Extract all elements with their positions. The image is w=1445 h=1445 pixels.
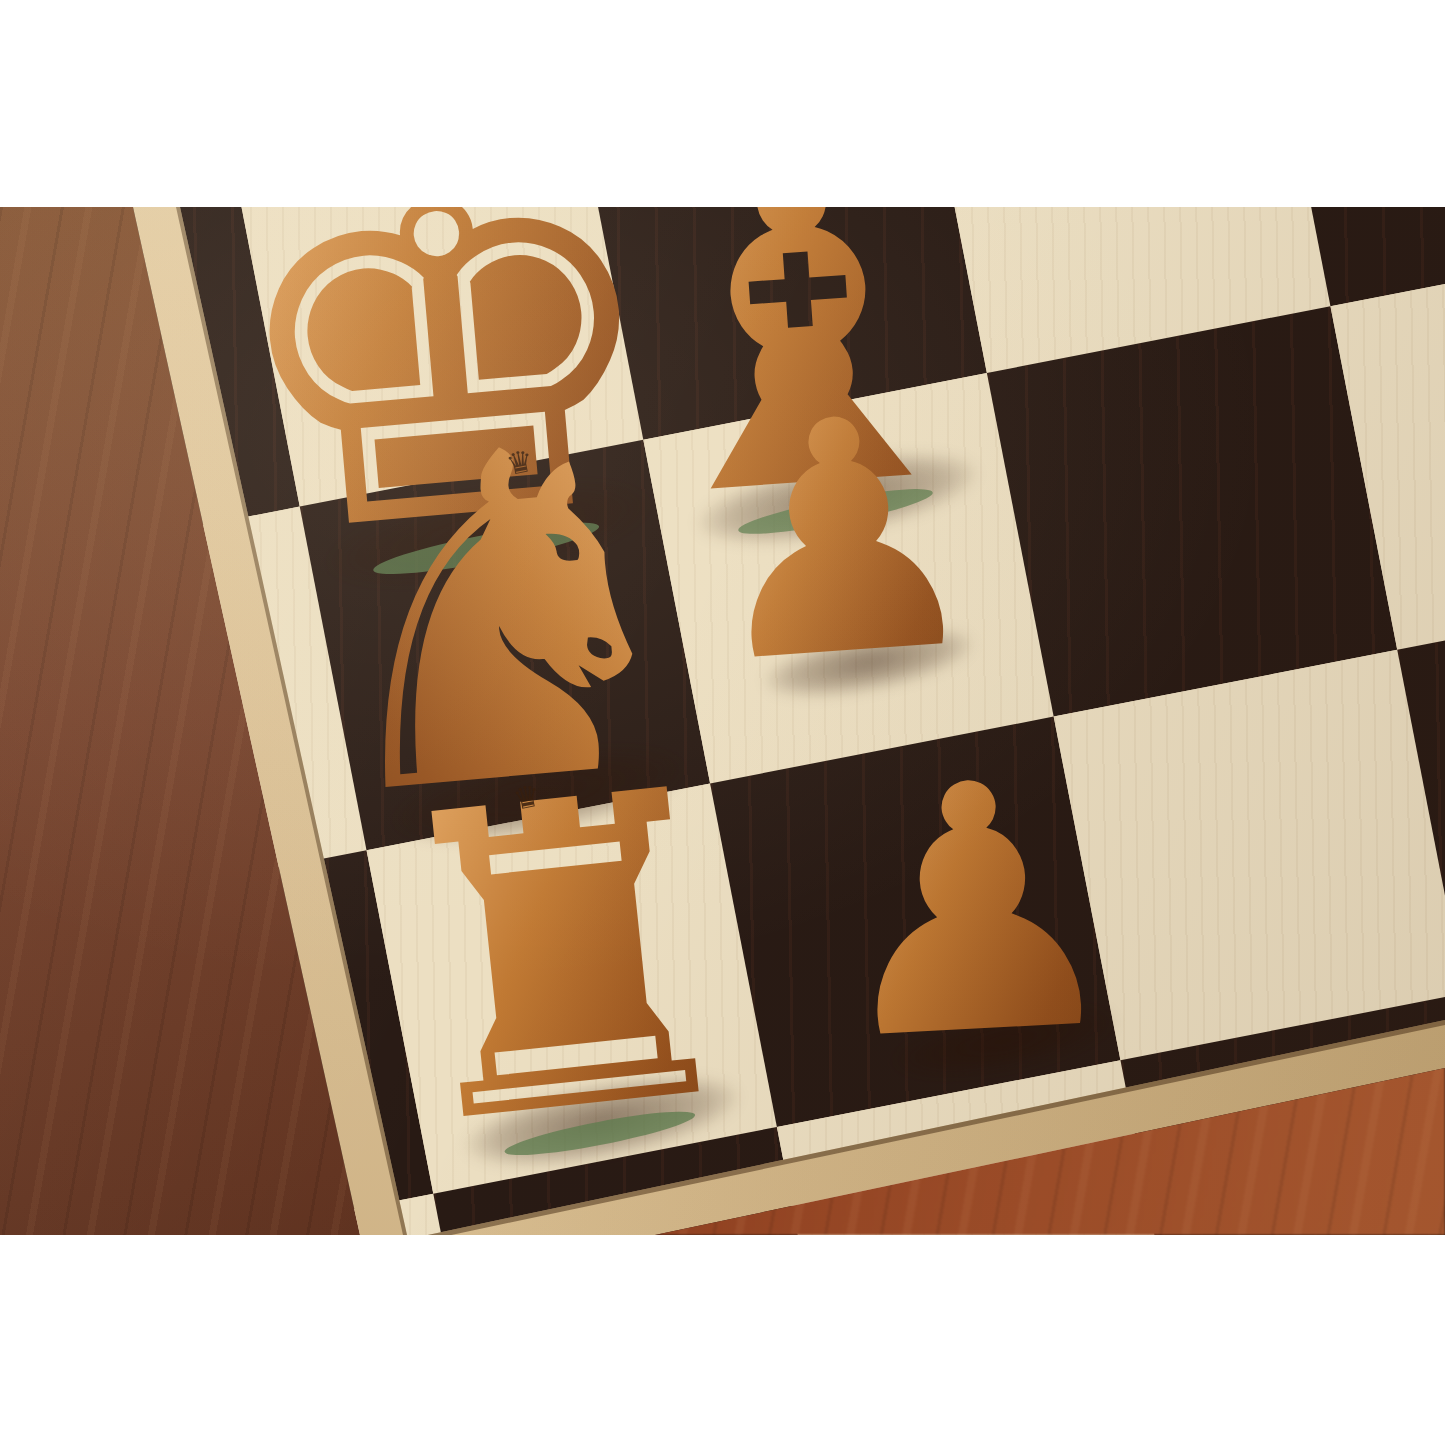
- crown-stamp-icon: ♛: [511, 781, 543, 816]
- crown-stamp-icon: ♛: [504, 445, 536, 480]
- top-margin: [0, 0, 1445, 207]
- rook-glyph: ♜: [335, 728, 797, 1190]
- bottom-margin: [0, 1235, 1445, 1445]
- chessboard-photo: ♚♝♞♛♟♜♛♟: [0, 207, 1445, 1235]
- chess-piece-pawn: ♟: [775, 711, 1174, 1110]
- board-rotated-plane: ♚♝♞♛♟♜♛♟: [0, 207, 1445, 1235]
- pawn-glyph: ♟: [796, 732, 1153, 1089]
- chess-piece-pawn: ♟: [653, 351, 1028, 726]
- pawn-glyph: ♟: [670, 368, 1012, 710]
- chess-piece-rook: ♜♛: [320, 713, 812, 1205]
- board-square: [987, 306, 1397, 716]
